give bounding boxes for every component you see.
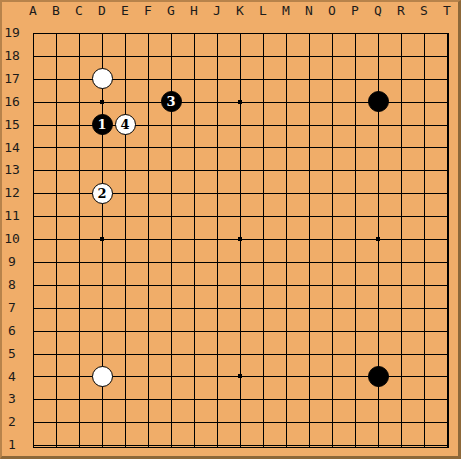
col-label-B: B xyxy=(45,3,68,19)
col-label-D: D xyxy=(91,3,114,19)
row-label-4: 4 xyxy=(2,369,22,385)
row-label-5: 5 xyxy=(2,346,22,362)
row-label-16: 16 xyxy=(2,94,22,110)
star-point-K4 xyxy=(238,374,242,378)
star-point-Q10 xyxy=(376,237,380,241)
intersection-D17[interactable] xyxy=(91,67,114,90)
stone-black-D15[interactable]: 1 xyxy=(92,114,113,135)
col-label-L: L xyxy=(252,3,275,19)
row-label-17: 17 xyxy=(2,71,22,87)
go-board: 3142 ABCDEFGHJKLMNOPQRST1918171615141312… xyxy=(0,0,461,459)
col-label-R: R xyxy=(390,3,413,19)
intersection-Q4[interactable] xyxy=(367,365,390,388)
star-point-K16 xyxy=(238,100,242,104)
row-label-19: 19 xyxy=(2,25,22,41)
intersection-Q16[interactable] xyxy=(367,90,390,113)
col-label-N: N xyxy=(298,3,321,19)
row-label-13: 13 xyxy=(2,162,22,178)
stone-white-D12[interactable]: 2 xyxy=(92,183,113,204)
row-label-12: 12 xyxy=(2,185,22,201)
move-number-label: 4 xyxy=(120,114,129,135)
col-label-H: H xyxy=(183,3,206,19)
row-label-3: 3 xyxy=(2,391,22,407)
col-label-K: K xyxy=(229,3,252,19)
star-point-D10 xyxy=(100,237,104,241)
row-label-7: 7 xyxy=(2,300,22,316)
col-label-T: T xyxy=(436,3,459,19)
stone-black-Q4[interactable] xyxy=(368,366,389,387)
move-number-label: 2 xyxy=(97,183,106,204)
col-label-O: O xyxy=(321,3,344,19)
row-label-18: 18 xyxy=(2,48,22,64)
row-label-6: 6 xyxy=(2,323,22,339)
move-number-label: 3 xyxy=(166,91,175,112)
col-label-Q: Q xyxy=(367,3,390,19)
stone-black-Q16[interactable] xyxy=(368,91,389,112)
move-number-label: 1 xyxy=(97,114,106,135)
row-label-15: 15 xyxy=(2,117,22,133)
go-board-grid[interactable]: 3142 xyxy=(22,22,459,457)
row-label-14: 14 xyxy=(2,140,22,156)
row-label-2: 2 xyxy=(2,414,22,430)
row-label-9: 9 xyxy=(2,254,22,270)
col-label-M: M xyxy=(275,3,298,19)
intersection-D4[interactable] xyxy=(91,365,114,388)
col-label-P: P xyxy=(344,3,367,19)
intersection-G16[interactable]: 3 xyxy=(160,90,183,113)
col-label-F: F xyxy=(137,3,160,19)
col-label-C: C xyxy=(68,3,91,19)
stone-white-E15[interactable]: 4 xyxy=(115,114,136,135)
star-point-D16 xyxy=(100,100,104,104)
row-label-10: 10 xyxy=(2,231,22,247)
intersection-D15[interactable]: 1 xyxy=(91,113,114,136)
row-label-1: 1 xyxy=(2,437,22,453)
col-label-J: J xyxy=(206,3,229,19)
intersection-D12[interactable]: 2 xyxy=(91,182,114,205)
stone-white-D4[interactable] xyxy=(92,366,113,387)
col-label-A: A xyxy=(22,3,45,19)
stone-white-D17[interactable] xyxy=(92,68,113,89)
star-point-K10 xyxy=(238,237,242,241)
col-label-E: E xyxy=(114,3,137,19)
row-label-11: 11 xyxy=(2,208,22,224)
col-label-S: S xyxy=(413,3,436,19)
intersection-E15[interactable]: 4 xyxy=(114,113,137,136)
stone-black-G16[interactable]: 3 xyxy=(161,91,182,112)
row-label-8: 8 xyxy=(2,277,22,293)
col-label-G: G xyxy=(160,3,183,19)
